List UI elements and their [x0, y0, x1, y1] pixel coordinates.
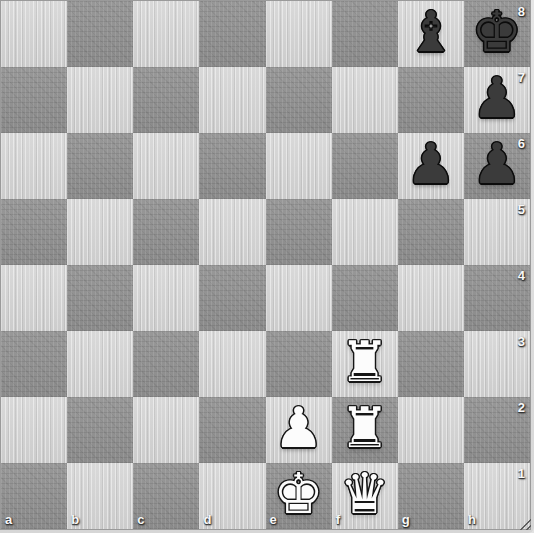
square-b8[interactable] [67, 1, 133, 67]
square-f1[interactable]: ♛f [332, 463, 398, 529]
file-label-e: e [270, 512, 277, 527]
chess-board-window: ♝♚8♟7♟♟654♜3♟♜2abcd♚e♛fgh1 [0, 0, 534, 533]
square-d1[interactable]: d [199, 463, 265, 529]
square-a6[interactable] [1, 133, 67, 199]
square-g8[interactable]: ♝ [398, 1, 464, 67]
square-c8[interactable] [133, 1, 199, 67]
square-g7[interactable] [398, 67, 464, 133]
square-g4[interactable] [398, 265, 464, 331]
square-g5[interactable] [398, 199, 464, 265]
file-label-d: d [203, 512, 211, 527]
piece-black-bishop[interactable]: ♝ [406, 4, 456, 60]
square-b5[interactable] [67, 199, 133, 265]
square-a7[interactable] [1, 67, 67, 133]
square-e5[interactable] [266, 199, 332, 265]
square-h8[interactable]: ♚8 [464, 1, 530, 67]
square-e2[interactable]: ♟ [266, 397, 332, 463]
square-a4[interactable] [1, 265, 67, 331]
chess-board: ♝♚8♟7♟♟654♜3♟♜2abcd♚e♛fgh1 [1, 1, 530, 529]
piece-white-king[interactable]: ♚ [273, 466, 323, 522]
piece-black-king[interactable]: ♚ [472, 4, 522, 60]
square-f7[interactable] [332, 67, 398, 133]
square-h1[interactable]: h1 [464, 463, 530, 529]
square-g3[interactable] [398, 331, 464, 397]
square-e4[interactable] [266, 265, 332, 331]
rank-label-8: 8 [518, 4, 525, 19]
square-c4[interactable] [133, 265, 199, 331]
square-d2[interactable] [199, 397, 265, 463]
square-b2[interactable] [67, 397, 133, 463]
piece-white-queen[interactable]: ♛ [340, 466, 390, 522]
piece-black-pawn[interactable]: ♟ [406, 136, 456, 192]
square-g6[interactable]: ♟ [398, 133, 464, 199]
square-d4[interactable] [199, 265, 265, 331]
square-a8[interactable] [1, 1, 67, 67]
square-h7[interactable]: ♟7 [464, 67, 530, 133]
square-c6[interactable] [133, 133, 199, 199]
square-b6[interactable] [67, 133, 133, 199]
file-label-g: g [402, 512, 410, 527]
square-f3[interactable]: ♜ [332, 331, 398, 397]
piece-white-rook[interactable]: ♜ [340, 400, 390, 456]
file-label-h: h [468, 512, 476, 527]
square-e8[interactable] [266, 1, 332, 67]
file-label-b: b [71, 512, 79, 527]
square-h2[interactable]: 2 [464, 397, 530, 463]
square-e3[interactable] [266, 331, 332, 397]
rank-label-4: 4 [518, 268, 525, 283]
square-d6[interactable] [199, 133, 265, 199]
square-e1[interactable]: ♚e [266, 463, 332, 529]
square-b3[interactable] [67, 331, 133, 397]
rank-label-3: 3 [518, 334, 525, 349]
square-e6[interactable] [266, 133, 332, 199]
rank-label-5: 5 [518, 202, 525, 217]
square-c7[interactable] [133, 67, 199, 133]
square-b4[interactable] [67, 265, 133, 331]
square-h3[interactable]: 3 [464, 331, 530, 397]
square-f4[interactable] [332, 265, 398, 331]
square-d5[interactable] [199, 199, 265, 265]
square-c1[interactable]: c [133, 463, 199, 529]
rank-label-1: 1 [518, 466, 525, 481]
square-c2[interactable] [133, 397, 199, 463]
file-label-f: f [336, 512, 340, 527]
square-a3[interactable] [1, 331, 67, 397]
square-f8[interactable] [332, 1, 398, 67]
square-a1[interactable]: a [1, 463, 67, 529]
square-c5[interactable] [133, 199, 199, 265]
square-g2[interactable] [398, 397, 464, 463]
square-a2[interactable] [1, 397, 67, 463]
piece-black-pawn[interactable]: ♟ [472, 70, 522, 126]
rank-label-7: 7 [518, 70, 525, 85]
square-f6[interactable] [332, 133, 398, 199]
piece-black-pawn[interactable]: ♟ [472, 136, 522, 192]
square-e7[interactable] [266, 67, 332, 133]
square-d7[interactable] [199, 67, 265, 133]
square-d8[interactable] [199, 1, 265, 67]
square-h4[interactable]: 4 [464, 265, 530, 331]
square-b1[interactable]: b [67, 463, 133, 529]
rank-label-6: 6 [518, 136, 525, 151]
square-h5[interactable]: 5 [464, 199, 530, 265]
file-label-c: c [137, 512, 144, 527]
file-label-a: a [5, 512, 12, 527]
square-b7[interactable] [67, 67, 133, 133]
square-d3[interactable] [199, 331, 265, 397]
square-c3[interactable] [133, 331, 199, 397]
piece-white-rook[interactable]: ♜ [340, 334, 390, 390]
rank-label-2: 2 [518, 400, 525, 415]
square-h6[interactable]: ♟6 [464, 133, 530, 199]
square-a5[interactable] [1, 199, 67, 265]
square-g1[interactable]: g [398, 463, 464, 529]
square-f5[interactable] [332, 199, 398, 265]
square-f2[interactable]: ♜ [332, 397, 398, 463]
piece-white-pawn[interactable]: ♟ [273, 400, 323, 456]
